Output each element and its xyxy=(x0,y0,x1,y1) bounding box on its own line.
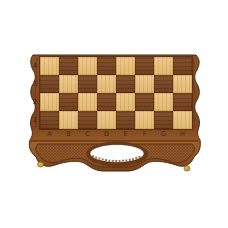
board-square-f4 xyxy=(135,57,154,75)
file-label-f: F xyxy=(135,129,154,140)
board-square-f3 xyxy=(135,75,154,93)
rank-label-3: 3 xyxy=(30,75,40,93)
board-square-a1 xyxy=(40,111,59,129)
board-square-f1 xyxy=(135,111,154,129)
board-square-c4 xyxy=(78,57,97,75)
rank-label-2: 2 xyxy=(30,93,40,111)
board-square-a3 xyxy=(40,75,59,93)
file-labels: ABCDEFGH xyxy=(40,129,192,140)
rank-label-4: 4 xyxy=(30,57,40,75)
file-label-g: G xyxy=(154,129,173,140)
board-square-b3 xyxy=(59,75,78,93)
board-square-g2 xyxy=(154,93,173,111)
board-square-c1 xyxy=(78,111,97,129)
file-label-d: D xyxy=(97,129,116,140)
board-square-d2 xyxy=(97,93,116,111)
board-square-d3 xyxy=(97,75,116,93)
board-square-e2 xyxy=(116,93,135,111)
board-square-b2 xyxy=(59,93,78,111)
board-square-a2 xyxy=(40,93,59,111)
board-square-e3 xyxy=(116,75,135,93)
board-square-h2 xyxy=(173,93,192,111)
board-square-b4 xyxy=(59,57,78,75)
chess-board xyxy=(40,57,192,129)
board-square-h4 xyxy=(173,57,192,75)
carry-handle xyxy=(86,142,148,167)
rank-label-1: 1 xyxy=(30,111,40,129)
board-square-d4 xyxy=(97,57,116,75)
board-square-h1 xyxy=(173,111,192,129)
file-label-c: C xyxy=(78,129,97,140)
board-square-a4 xyxy=(40,57,59,75)
file-label-b: B xyxy=(59,129,78,140)
file-label-a: A xyxy=(40,129,59,140)
board-square-g3 xyxy=(154,75,173,93)
board-square-b1 xyxy=(59,111,78,129)
file-label-h: H xyxy=(173,129,192,140)
board-square-d1 xyxy=(97,111,116,129)
brass-foot-right xyxy=(184,166,190,171)
file-label-e: E xyxy=(116,129,135,140)
board-square-c3 xyxy=(78,75,97,93)
product-photo-chess-case: 4321 ABCDEFGH xyxy=(0,0,228,228)
board-square-g4 xyxy=(154,57,173,75)
rank-labels: 4321 xyxy=(30,57,40,129)
board-square-f2 xyxy=(135,93,154,111)
board-square-e1 xyxy=(116,111,135,129)
board-square-c2 xyxy=(78,93,97,111)
board-square-g1 xyxy=(154,111,173,129)
board-square-h3 xyxy=(173,75,192,93)
board-square-e4 xyxy=(116,57,135,75)
brass-foot-left xyxy=(38,162,44,167)
